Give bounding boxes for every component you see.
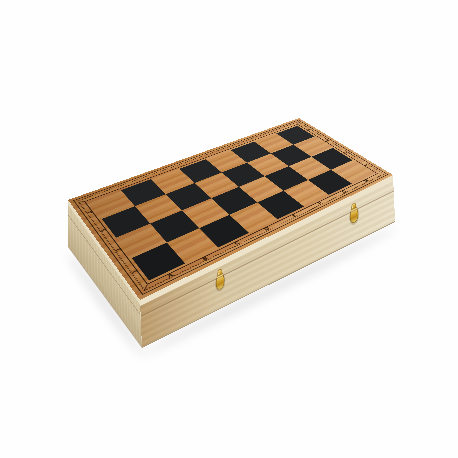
brass-clasp-left-icon — [214, 266, 227, 298]
product-photo-stage: ABCDEFGH43214321 — [0, 0, 458, 458]
brass-clasp-right-icon — [348, 200, 361, 231]
chess-box-photo: ABCDEFGH43214321 — [0, 0, 458, 458]
